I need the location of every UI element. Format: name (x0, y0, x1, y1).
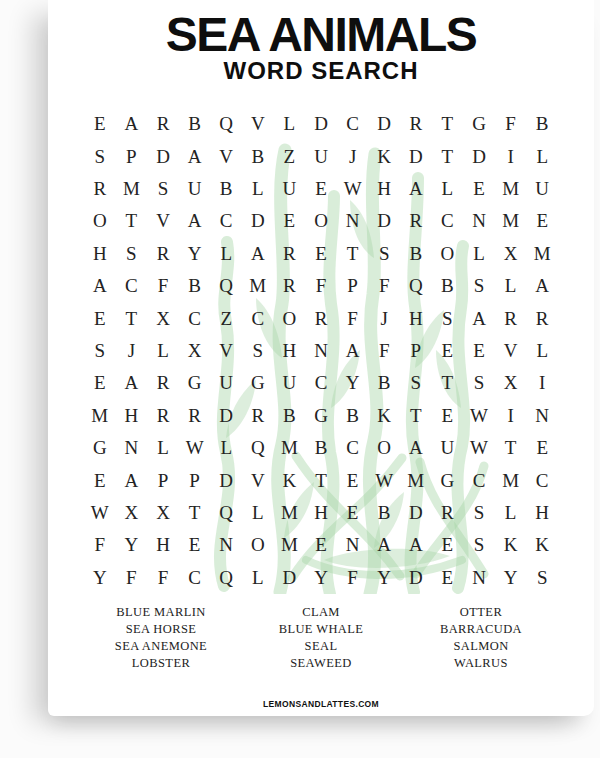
grid-cell-r5c5[interactable]: L (210, 238, 242, 270)
grid-cell-r3c13[interactable]: E (463, 173, 495, 205)
grid-cell-r15c2[interactable]: F (116, 562, 148, 594)
grid-cell-r15c15[interactable]: S (526, 562, 558, 594)
grid-cell-r6c14[interactable]: L (495, 270, 527, 302)
grid-cell-r5c7[interactable]: R (274, 238, 306, 270)
grid-cell-r7c8[interactable]: R (305, 302, 337, 334)
grid-cell-r6c12[interactable]: B (432, 270, 464, 302)
grid-cell-r3c9[interactable]: W (337, 173, 369, 205)
puzzle-page: SEA ANIMALS WORD SEARCH (48, 0, 594, 716)
grid-cell-r10c1[interactable]: M (84, 400, 116, 432)
grid-cell-r2c7[interactable]: Z (274, 140, 306, 172)
grid-cell-r13c5[interactable]: Q (210, 497, 242, 529)
grid-cell-r8c1[interactable]: S (84, 335, 116, 367)
grid-cell-r8c12[interactable]: E (432, 335, 464, 367)
grid-cell-r4c3[interactable]: V (147, 205, 179, 237)
grid-cell-r8c10[interactable]: F (368, 335, 400, 367)
grid-cell-r10c6[interactable]: R (242, 400, 274, 432)
grid-cell-r11c1[interactable]: G (84, 432, 116, 464)
grid-cell-r8c8[interactable]: N (305, 335, 337, 367)
grid-cell-r6c3[interactable]: F (147, 270, 179, 302)
grid-cell-r5c15[interactable]: M (526, 238, 558, 270)
grid-cell-r4c15[interactable]: E (526, 205, 558, 237)
grid-cell-r4c5[interactable]: C (210, 205, 242, 237)
grid-cell-r6c10[interactable]: F (368, 270, 400, 302)
grid-cell-r9c12[interactable]: T (432, 367, 464, 399)
grid-cell-r14c9[interactable]: N (337, 529, 369, 561)
grid-cell-r14c2[interactable]: Y (116, 529, 148, 561)
grid-cell-r7c5[interactable]: Z (210, 302, 242, 334)
grid-cell-r1c7[interactable]: L (274, 108, 306, 140)
grid-cell-r10c4[interactable]: R (179, 400, 211, 432)
grid-cell-r6c8[interactable]: F (305, 270, 337, 302)
grid-cell-r13c7[interactable]: M (274, 497, 306, 529)
word-list-item: SEAL (251, 638, 391, 655)
grid-cell-r3c1[interactable]: R (84, 173, 116, 205)
grid-cell-r3c14[interactable]: M (495, 173, 527, 205)
grid-cell-r7c3[interactable]: X (147, 302, 179, 334)
grid-cell-r11c7[interactable]: M (274, 432, 306, 464)
grid-cell-r7c11[interactable]: H (400, 302, 432, 334)
grid-cell-r1c6[interactable]: V (242, 108, 274, 140)
grid-cell-r9c13[interactable]: S (463, 367, 495, 399)
grid-cell-r1c8[interactable]: D (305, 108, 337, 140)
grid-cell-r8c4[interactable]: X (179, 335, 211, 367)
grid-cell-r11c9[interactable]: C (337, 432, 369, 464)
grid-cell-r1c15[interactable]: B (526, 108, 558, 140)
grid-cell-r7c2[interactable]: T (116, 302, 148, 334)
footer-credit: LEMONSANDLATTES.COM (48, 699, 594, 709)
grid-cell-r1c2[interactable]: A (116, 108, 148, 140)
grid-cell-r7c6[interactable]: C (242, 302, 274, 334)
grid-cell-r4c10[interactable]: D (368, 205, 400, 237)
grid-cell-r6c15[interactable]: A (526, 270, 558, 302)
grid-cell-r15c13[interactable]: N (463, 562, 495, 594)
grid-cell-r12c14[interactable]: M (495, 464, 527, 496)
grid-cell-r8c11[interactable]: P (400, 335, 432, 367)
grid-cell-r14c15[interactable]: K (526, 529, 558, 561)
grid-cell-r3c8[interactable]: E (305, 173, 337, 205)
grid-cell-r2c1[interactable]: S (84, 140, 116, 172)
grid-cell-r13c2[interactable]: X (116, 497, 148, 529)
grid-cell-r2c6[interactable]: B (242, 140, 274, 172)
word-search-grid: EARBQVLDCDRTGFBSPDAVBZUJKDTDILRMSUBLUEWH… (84, 108, 558, 594)
grid-cell-r13c13[interactable]: S (463, 497, 495, 529)
grid-cell-r7c7[interactable]: O (274, 302, 306, 334)
grid-cell-r6c6[interactable]: M (242, 270, 274, 302)
word-list-item: SEA HORSE (91, 621, 231, 638)
grid-cell-r1c1[interactable]: E (84, 108, 116, 140)
grid-cell-r13c4[interactable]: T (179, 497, 211, 529)
grid-cell-r8c6[interactable]: S (242, 335, 274, 367)
grid-cell-r3c4[interactable]: U (179, 173, 211, 205)
grid-cell-r11c8[interactable]: B (305, 432, 337, 464)
grid-cell-r10c10[interactable]: K (368, 400, 400, 432)
grid-cell-r11c2[interactable]: N (116, 432, 148, 464)
grid-cell-r2c10[interactable]: K (368, 140, 400, 172)
grid-cell-r5c3[interactable]: R (147, 238, 179, 270)
word-list-item: CLAM (251, 604, 391, 621)
grid-cell-r5c8[interactable]: E (305, 238, 337, 270)
grid-cell-r9c7[interactable]: U (274, 367, 306, 399)
grid-cell-r2c4[interactable]: A (179, 140, 211, 172)
grid-cell-r12c6[interactable]: V (242, 464, 274, 496)
grid-cell-r2c15[interactable]: L (526, 140, 558, 172)
grid-cell-r4c14[interactable]: M (495, 205, 527, 237)
grid-cell-r14c1[interactable]: F (84, 529, 116, 561)
grid-cell-r9c5[interactable]: U (210, 367, 242, 399)
grid-cell-r13c14[interactable]: L (495, 497, 527, 529)
grid-cell-r12c5[interactable]: D (210, 464, 242, 496)
grid-cell-r11c4[interactable]: W (179, 432, 211, 464)
grid-cell-r12c15[interactable]: C (526, 464, 558, 496)
grid-cell-r3c12[interactable]: L (432, 173, 464, 205)
grid-cell-r9c14[interactable]: X (495, 367, 527, 399)
grid-cell-r11c3[interactable]: L (147, 432, 179, 464)
grid-cell-r1c12[interactable]: T (432, 108, 464, 140)
grid-cell-r9c1[interactable]: E (84, 367, 116, 399)
grid-cell-r10c9[interactable]: B (337, 400, 369, 432)
grid-cell-r14c6[interactable]: O (242, 529, 274, 561)
grid-cell-r10c15[interactable]: N (526, 400, 558, 432)
grid-cell-r13c1[interactable]: W (84, 497, 116, 529)
grid-cell-r8c5[interactable]: V (210, 335, 242, 367)
grid-cell-r13c12[interactable]: R (432, 497, 464, 529)
grid-cell-r11c6[interactable]: Q (242, 432, 274, 464)
grid-cell-r7c1[interactable]: E (84, 302, 116, 334)
grid-cell-r15c1[interactable]: Y (84, 562, 116, 594)
grid-cell-r14c8[interactable]: E (305, 529, 337, 561)
word-list-item: WALRUS (411, 655, 551, 672)
grid-cell-r9c11[interactable]: S (400, 367, 432, 399)
grid-cell-r14c7[interactable]: M (274, 529, 306, 561)
word-list-item: BLUE MARLIN (91, 604, 231, 621)
grid-cell-r8c14[interactable]: V (495, 335, 527, 367)
grid-cell-r6c4[interactable]: B (179, 270, 211, 302)
grid-cell-r7c12[interactable]: S (432, 302, 464, 334)
grid-cell-r8c13[interactable]: E (463, 335, 495, 367)
grid-cell-r15c14[interactable]: Y (495, 562, 527, 594)
grid-cell-r2c3[interactable]: D (147, 140, 179, 172)
grid-cell-r3c6[interactable]: L (242, 173, 274, 205)
grid-cell-r12c7[interactable]: K (274, 464, 306, 496)
grid-cell-r10c7[interactable]: B (274, 400, 306, 432)
grid-cell-r6c1[interactable]: A (84, 270, 116, 302)
grid-cell-r13c8[interactable]: H (305, 497, 337, 529)
grid-cell-r8c2[interactable]: J (116, 335, 148, 367)
grid-cell-r5c10[interactable]: S (368, 238, 400, 270)
grid-cell-r14c5[interactable]: N (210, 529, 242, 561)
grid-cell-r15c8[interactable]: Y (305, 562, 337, 594)
word-list-item: BARRACUDA (411, 621, 551, 638)
grid-cell-r4c13[interactable]: N (463, 205, 495, 237)
grid-cell-r3c11[interactable]: A (400, 173, 432, 205)
grid-cell-r6c13[interactable]: S (463, 270, 495, 302)
grid-cell-r14c4[interactable]: E (179, 529, 211, 561)
grid-cell-r8c9[interactable]: A (337, 335, 369, 367)
grid-cell-r4c9[interactable]: N (337, 205, 369, 237)
grid-cell-r12c8[interactable]: T (305, 464, 337, 496)
grid-cell-r9c15[interactable]: I (526, 367, 558, 399)
grid-cell-r15c6[interactable]: L (242, 562, 274, 594)
word-list-item: LOBSTER (91, 655, 231, 672)
grid-cell-r6c7[interactable]: R (274, 270, 306, 302)
grid-cell-r12c4[interactable]: P (179, 464, 211, 496)
grid-cell-r5c4[interactable]: Y (179, 238, 211, 270)
grid-cell-r9c9[interactable]: Y (337, 367, 369, 399)
word-list: BLUE MARLINSEA HORSESEA ANEMONELOBSTER C… (48, 604, 594, 672)
grid-cell-r5c13[interactable]: L (463, 238, 495, 270)
grid-cell-r15c7[interactable]: D (274, 562, 306, 594)
grid-cell-r10c2[interactable]: H (116, 400, 148, 432)
grid-cell-r15c5[interactable]: Q (210, 562, 242, 594)
grid-cell-r2c14[interactable]: I (495, 140, 527, 172)
grid-cell-r13c6[interactable]: L (242, 497, 274, 529)
word-list-column-1: BLUE MARLINSEA HORSESEA ANEMONELOBSTER (91, 604, 231, 672)
grid-cell-r10c8[interactable]: G (305, 400, 337, 432)
grid-cell-r1c5[interactable]: Q (210, 108, 242, 140)
grid-cell-r15c11[interactable]: D (400, 562, 432, 594)
grid-cell-r9c4[interactable]: G (179, 367, 211, 399)
grid-cell-r1c11[interactable]: R (400, 108, 432, 140)
grid-cell-r8c7[interactable]: H (274, 335, 306, 367)
grid-cell-r15c10[interactable]: Y (368, 562, 400, 594)
grid-cell-r11c11[interactable]: A (400, 432, 432, 464)
grid-cell-r5c6[interactable]: A (242, 238, 274, 270)
grid-cell-r10c13[interactable]: W (463, 400, 495, 432)
grid-cell-r1c9[interactable]: C (337, 108, 369, 140)
word-list-item: OTTER (411, 604, 551, 621)
grid-cell-r3c10[interactable]: H (368, 173, 400, 205)
grid-cell-r14c11[interactable]: A (400, 529, 432, 561)
grid-cell-r8c3[interactable]: L (147, 335, 179, 367)
grid-cell-r10c12[interactable]: E (432, 400, 464, 432)
grid-cell-r9c2[interactable]: A (116, 367, 148, 399)
word-list-item: BLUE WHALE (251, 621, 391, 638)
grid-cell-r2c12[interactable]: T (432, 140, 464, 172)
word-list-column-2: CLAMBLUE WHALESEALSEAWEED (251, 604, 391, 672)
page-subtitle: WORD SEARCH (48, 59, 594, 83)
grid-cell-r5c11[interactable]: B (400, 238, 432, 270)
grid-cell-r5c1[interactable]: H (84, 238, 116, 270)
grid-cell-r2c5[interactable]: V (210, 140, 242, 172)
grid-cell-r11c14[interactable]: T (495, 432, 527, 464)
grid-cell-r12c13[interactable]: C (463, 464, 495, 496)
grid-cell-r11c5[interactable]: L (210, 432, 242, 464)
grid-cell-r7c13[interactable]: A (463, 302, 495, 334)
grid-cell-r5c9[interactable]: T (337, 238, 369, 270)
grid-cell-r2c8[interactable]: U (305, 140, 337, 172)
grid-cell-r15c9[interactable]: F (337, 562, 369, 594)
grid-cell-r15c12[interactable]: E (432, 562, 464, 594)
grid-cell-r10c14[interactable]: I (495, 400, 527, 432)
grid-cell-r6c5[interactable]: Q (210, 270, 242, 302)
grid-cell-r13c9[interactable]: E (337, 497, 369, 529)
grid-cell-r3c7[interactable]: U (274, 173, 306, 205)
page-title: SEA ANIMALS (48, 10, 594, 60)
grid-cell-r3c2[interactable]: M (116, 173, 148, 205)
grid-cell-r11c10[interactable]: O (368, 432, 400, 464)
grid-cell-r4c11[interactable]: R (400, 205, 432, 237)
grid-cell-r2c13[interactable]: D (463, 140, 495, 172)
grid-cell-r14c13[interactable]: S (463, 529, 495, 561)
grid-cell-r11c15[interactable]: E (526, 432, 558, 464)
grid-cell-r4c2[interactable]: T (116, 205, 148, 237)
grid-cell-r12c1[interactable]: E (84, 464, 116, 496)
grid-cell-r7c9[interactable]: F (337, 302, 369, 334)
grid-cell-r15c3[interactable]: F (147, 562, 179, 594)
grid-cell-r7c10[interactable]: J (368, 302, 400, 334)
grid-cell-r4c1[interactable]: O (84, 205, 116, 237)
grid-cell-r14c12[interactable]: E (432, 529, 464, 561)
grid-cell-r3c3[interactable]: S (147, 173, 179, 205)
grid-cell-r3c15[interactable]: U (526, 173, 558, 205)
grid-cell-r9c8[interactable]: C (305, 367, 337, 399)
grid-cell-r12c10[interactable]: W (368, 464, 400, 496)
grid-cell-r1c14[interactable]: F (495, 108, 527, 140)
grid-cell-r10c3[interactable]: R (147, 400, 179, 432)
grid-cell-r2c9[interactable]: J (337, 140, 369, 172)
grid-cell-r1c10[interactable]: D (368, 108, 400, 140)
grid-cell-r13c15[interactable]: H (526, 497, 558, 529)
grid-cell-r4c4[interactable]: A (179, 205, 211, 237)
grid-cell-r10c5[interactable]: D (210, 400, 242, 432)
grid-cell-r2c11[interactable]: D (400, 140, 432, 172)
grid-cell-r12c11[interactable]: M (400, 464, 432, 496)
grid-cell-r14c14[interactable]: K (495, 529, 527, 561)
grid-cell-r15c4[interactable]: C (179, 562, 211, 594)
grid-cell-r9c10[interactable]: B (368, 367, 400, 399)
grid-cell-r11c12[interactable]: U (432, 432, 464, 464)
grid-cell-r7c15[interactable]: R (526, 302, 558, 334)
grid-cell-r12c12[interactable]: G (432, 464, 464, 496)
grid-cell-r5c12[interactable]: O (432, 238, 464, 270)
grid-cell-r7c14[interactable]: R (495, 302, 527, 334)
grid-cell-r7c4[interactable]: C (179, 302, 211, 334)
grid-cell-r5c14[interactable]: X (495, 238, 527, 270)
word-list-item: SALMON (411, 638, 551, 655)
grid-area: EARBQVLDCDRTGFBSPDAVBZUJKDTDILRMSUBLUEWH… (84, 108, 558, 594)
grid-cell-r5c2[interactable]: S (116, 238, 148, 270)
grid-cell-r4c8[interactable]: O (305, 205, 337, 237)
grid-cell-r12c9[interactable]: E (337, 464, 369, 496)
grid-cell-r4c6[interactable]: D (242, 205, 274, 237)
grid-cell-r6c9[interactable]: P (337, 270, 369, 302)
grid-cell-r6c2[interactable]: C (116, 270, 148, 302)
grid-cell-r4c7[interactable]: E (274, 205, 306, 237)
grid-cell-r9c6[interactable]: G (242, 367, 274, 399)
grid-cell-r1c4[interactable]: B (179, 108, 211, 140)
grid-cell-r6c11[interactable]: Q (400, 270, 432, 302)
grid-cell-r11c13[interactable]: W (463, 432, 495, 464)
grid-cell-r10c11[interactable]: T (400, 400, 432, 432)
grid-cell-r4c12[interactable]: C (432, 205, 464, 237)
grid-cell-r9c3[interactable]: R (147, 367, 179, 399)
grid-cell-r1c13[interactable]: G (463, 108, 495, 140)
word-list-item: SEAWEED (251, 655, 391, 672)
grid-cell-r3c5[interactable]: B (210, 173, 242, 205)
grid-cell-r14c3[interactable]: H (147, 529, 179, 561)
grid-cell-r12c3[interactable]: P (147, 464, 179, 496)
grid-cell-r1c3[interactable]: R (147, 108, 179, 140)
grid-cell-r13c3[interactable]: X (147, 497, 179, 529)
grid-cell-r8c15[interactable]: L (526, 335, 558, 367)
grid-cell-r14c10[interactable]: A (368, 529, 400, 561)
grid-cell-r2c2[interactable]: P (116, 140, 148, 172)
grid-cell-r13c11[interactable]: D (400, 497, 432, 529)
grid-cell-r12c2[interactable]: A (116, 464, 148, 496)
word-list-column-3: OTTERBARRACUDASALMONWALRUS (411, 604, 551, 672)
word-list-item: SEA ANEMONE (91, 638, 231, 655)
grid-cell-r13c10[interactable]: B (368, 497, 400, 529)
